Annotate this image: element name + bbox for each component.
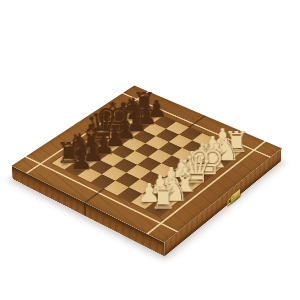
fold-seam-side: [84, 202, 86, 216]
product-photo: ♜♞♝♛♚♝♞♜♟♟♟♟♟♟♟♟♟♟♟♟♟♟♟♟♜♞♝♛♚♝♞♜: [0, 0, 300, 300]
piece-white-rook: ♜: [149, 187, 177, 211]
piece-black-pawn: ♟: [70, 151, 93, 171]
photo-scene: ♜♞♝♛♚♝♞♜♟♟♟♟♟♟♟♟♟♟♟♟♟♟♟♟♜♞♝♛♚♝♞♜: [0, 0, 300, 300]
chess-board: ♜♞♝♛♚♝♞♜♟♟♟♟♟♟♟♟♟♟♟♟♟♟♟♟♜♞♝♛♚♝♞♜: [12, 85, 282, 242]
